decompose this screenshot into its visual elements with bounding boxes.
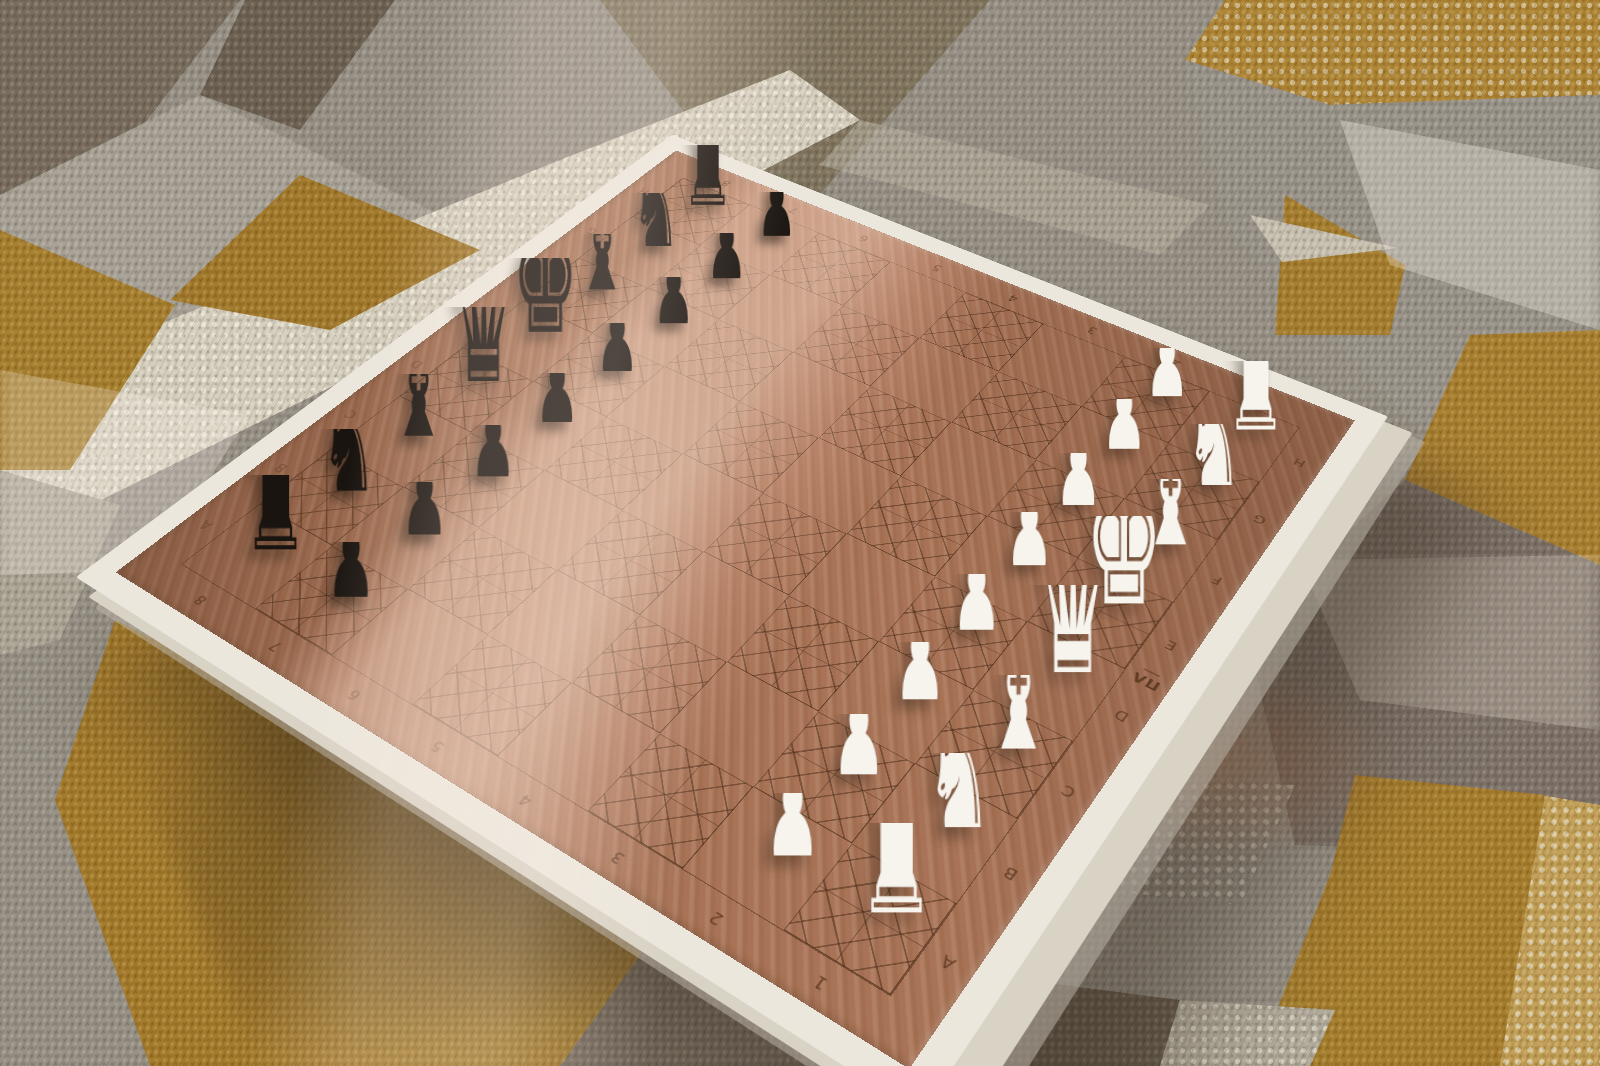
photo-scene: ABCDEFGH ABCDEFGH 87654321 87654321 ΠΛ ♜… bbox=[0, 0, 1600, 1066]
sunbeam-overlay bbox=[0, 0, 1600, 1066]
